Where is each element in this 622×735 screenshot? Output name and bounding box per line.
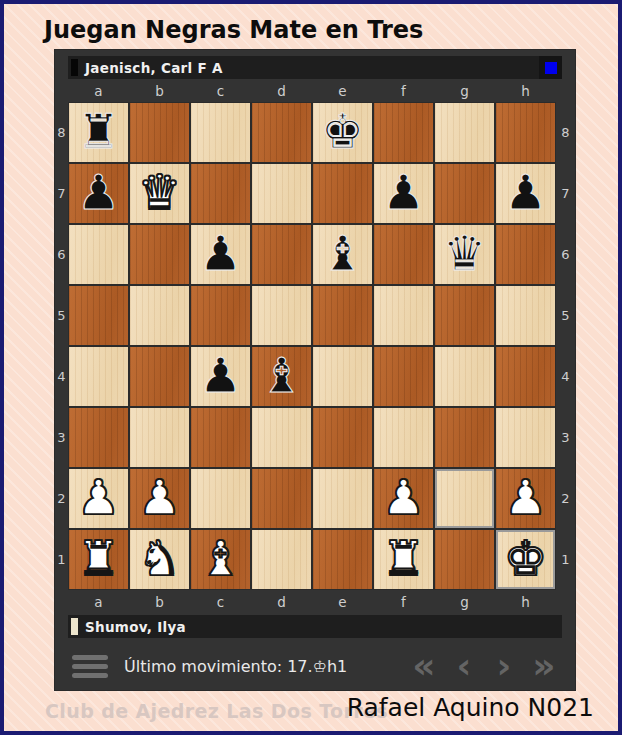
board-zone: 87654321 ♜♚♟♛♟♟♟♝♛♟♝♟♟♟♟♜♞♝♜♚ 87654321 — [55, 102, 575, 590]
black-pawn: ♟ — [199, 351, 242, 399]
club-name: Club de Ajedrez Las Dos Torres — [45, 700, 388, 722]
last-move-button[interactable]: » — [526, 646, 562, 686]
square-f4 — [374, 347, 433, 406]
rank-label-3: 3 — [556, 407, 575, 468]
blue-status-indicator — [545, 62, 557, 74]
square-b8 — [130, 103, 189, 162]
black-queen: ♛ — [443, 229, 486, 277]
square-h3 — [496, 408, 555, 467]
rank-label-1: 1 — [556, 529, 575, 590]
square-e5 — [313, 286, 372, 345]
square-d1 — [252, 530, 311, 589]
first-move-button[interactable]: « — [406, 646, 442, 686]
file-label-d: d — [251, 590, 312, 613]
board-panel: Jaenisch, Carl F A abcdefgh 87654321 ♜♚♟… — [55, 50, 575, 690]
square-e6: ♝ — [313, 225, 372, 284]
rank-label-2: 2 — [55, 468, 68, 529]
white-rook: ♜ — [382, 534, 425, 582]
square-b7: ♛ — [130, 164, 189, 223]
rank-label-5: 5 — [55, 285, 68, 346]
rank-label-8: 8 — [556, 102, 575, 163]
file-label-c: c — [190, 79, 251, 102]
rank-label-4: 4 — [55, 346, 68, 407]
square-e3 — [313, 408, 372, 467]
file-label-a: a — [68, 79, 129, 102]
file-label-b: b — [129, 590, 190, 613]
square-f5 — [374, 286, 433, 345]
square-d5 — [252, 286, 311, 345]
square-e1 — [313, 530, 372, 589]
controls-bar: Último movimiento: 17.♔h1 « ‹ › » — [68, 646, 562, 686]
file-label-g: g — [434, 590, 495, 613]
rank-label-5: 5 — [556, 285, 575, 346]
square-c2 — [191, 469, 250, 528]
black-pawn: ♟ — [199, 229, 242, 277]
square-h5 — [496, 286, 555, 345]
square-g5 — [435, 286, 494, 345]
square-d6 — [252, 225, 311, 284]
white-pawn: ♟ — [382, 473, 425, 521]
square-a5 — [69, 286, 128, 345]
white-rook: ♜ — [77, 534, 120, 582]
square-c6: ♟ — [191, 225, 250, 284]
file-labels-bottom: abcdefgh — [68, 590, 556, 613]
square-g3 — [435, 408, 494, 467]
player-name-top: Jaenisch, Carl F A — [85, 60, 223, 76]
board: ♜♚♟♛♟♟♟♝♛♟♝♟♟♟♟♜♞♝♜♚ — [68, 102, 556, 590]
square-d8 — [252, 103, 311, 162]
square-b2: ♟ — [130, 469, 189, 528]
square-a1: ♜ — [69, 530, 128, 589]
file-label-e: e — [312, 79, 373, 102]
rank-label-7: 7 — [55, 163, 68, 224]
square-h1: ♚ — [496, 530, 555, 589]
next-move-button[interactable]: › — [486, 646, 522, 686]
square-b1: ♞ — [130, 530, 189, 589]
move-navigation: « ‹ › » — [406, 646, 562, 686]
rank-label-8: 8 — [55, 102, 68, 163]
white-bishop: ♝ — [199, 534, 242, 582]
rank-label-6: 6 — [55, 224, 68, 285]
square-a6 — [69, 225, 128, 284]
square-g1 — [435, 530, 494, 589]
square-f1: ♜ — [374, 530, 433, 589]
file-label-f: f — [373, 79, 434, 102]
square-h7: ♟ — [496, 164, 555, 223]
rank-label-7: 7 — [556, 163, 575, 224]
page-title: Juegan Negras Mate en Tres — [44, 16, 423, 44]
square-a2: ♟ — [69, 469, 128, 528]
file-label-a: a — [68, 590, 129, 613]
white-player-marker — [71, 618, 78, 635]
last-move-label: Último movimiento: 17.♔h1 — [124, 657, 347, 676]
menu-icon[interactable] — [72, 655, 108, 678]
player-bar-top: Jaenisch, Carl F A — [68, 56, 562, 79]
file-labels-top: abcdefgh — [68, 79, 556, 102]
square-f7: ♟ — [374, 164, 433, 223]
square-f3 — [374, 408, 433, 467]
black-bishop: ♝ — [321, 229, 364, 277]
file-label-g: g — [434, 79, 495, 102]
app-window: Juegan Negras Mate en Tres Jaenisch, Car… — [0, 0, 622, 735]
white-pawn: ♟ — [77, 473, 120, 521]
player-bar-bottom: Shumov, Ilya — [68, 615, 562, 638]
square-h8 — [496, 103, 555, 162]
file-label-c: c — [190, 590, 251, 613]
square-a4 — [69, 347, 128, 406]
square-g7 — [435, 164, 494, 223]
square-b6 — [130, 225, 189, 284]
white-queen: ♛ — [138, 168, 181, 216]
previous-move-button[interactable]: ‹ — [446, 646, 482, 686]
file-label-b: b — [129, 79, 190, 102]
square-e8: ♚ — [313, 103, 372, 162]
square-d2 — [252, 469, 311, 528]
white-knight: ♞ — [138, 534, 181, 582]
black-pawn: ♟ — [504, 168, 547, 216]
white-pawn: ♟ — [138, 473, 181, 521]
square-c8 — [191, 103, 250, 162]
rank-labels-right: 87654321 — [556, 102, 575, 590]
author-credit: Rafael Aquino N021 — [347, 693, 594, 722]
rank-label-4: 4 — [556, 346, 575, 407]
square-c5 — [191, 286, 250, 345]
square-c3 — [191, 408, 250, 467]
black-player-marker — [71, 59, 78, 76]
rank-label-1: 1 — [55, 529, 68, 590]
square-f6 — [374, 225, 433, 284]
square-a8: ♜ — [69, 103, 128, 162]
rank-labels-left: 87654321 — [55, 102, 68, 590]
square-g2 — [435, 469, 494, 528]
black-bishop: ♝ — [260, 351, 303, 399]
square-g4 — [435, 347, 494, 406]
square-d7 — [252, 164, 311, 223]
square-e2 — [313, 469, 372, 528]
black-pawn: ♟ — [77, 168, 120, 216]
player-name-bottom: Shumov, Ilya — [85, 619, 186, 635]
black-pawn: ♟ — [382, 168, 425, 216]
file-label-h: h — [495, 79, 556, 102]
file-label-h: h — [495, 590, 556, 613]
white-pawn: ♟ — [504, 473, 547, 521]
square-d3 — [252, 408, 311, 467]
black-king: ♚ — [321, 107, 364, 155]
black-rook: ♜ — [77, 107, 120, 155]
square-g6: ♛ — [435, 225, 494, 284]
square-b3 — [130, 408, 189, 467]
square-c1: ♝ — [191, 530, 250, 589]
square-h4 — [496, 347, 555, 406]
rank-label-6: 6 — [556, 224, 575, 285]
square-h6 — [496, 225, 555, 284]
square-a3 — [69, 408, 128, 467]
square-f2: ♟ — [374, 469, 433, 528]
square-f8 — [374, 103, 433, 162]
white-king: ♚ — [504, 534, 547, 582]
square-g8 — [435, 103, 494, 162]
square-h2: ♟ — [496, 469, 555, 528]
square-b5 — [130, 286, 189, 345]
square-e4 — [313, 347, 372, 406]
rank-label-2: 2 — [556, 468, 575, 529]
square-c7 — [191, 164, 250, 223]
square-b4 — [130, 347, 189, 406]
file-label-d: d — [251, 79, 312, 102]
square-d4: ♝ — [252, 347, 311, 406]
square-e7 — [313, 164, 372, 223]
square-c4: ♟ — [191, 347, 250, 406]
rank-label-3: 3 — [55, 407, 68, 468]
square-a7: ♟ — [69, 164, 128, 223]
file-label-e: e — [312, 590, 373, 613]
status-indicator-wrap[interactable] — [539, 56, 562, 79]
file-label-f: f — [373, 590, 434, 613]
